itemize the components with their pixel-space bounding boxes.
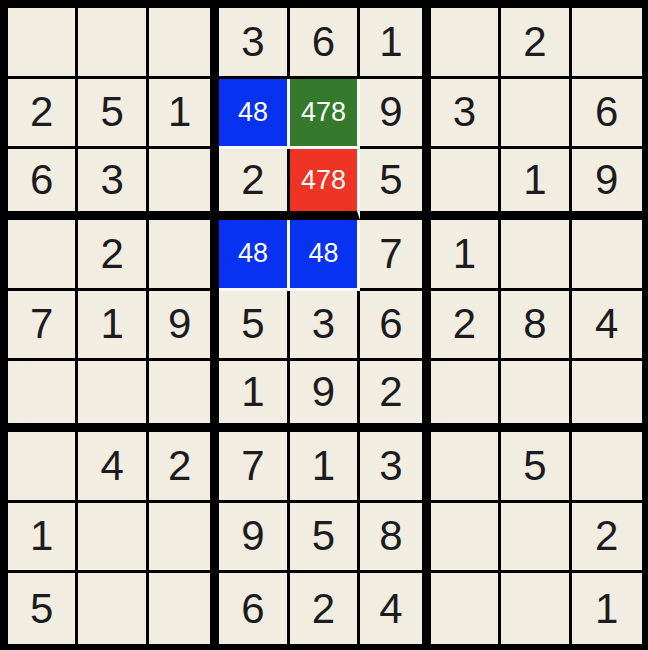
cell-r6c6[interactable]: 2 [360,361,430,432]
cell-r4c2[interactable]: 2 [78,220,148,291]
cell-r1c3[interactable] [149,8,219,79]
cell-r9c4[interactable]: 6 [219,573,289,644]
cell-r6c4[interactable]: 1 [219,361,289,432]
given-digit: 2 [312,585,335,633]
cell-r9c5[interactable]: 2 [290,573,360,644]
cell-r2c9[interactable]: 6 [572,79,642,150]
cell-r3c4[interactable]: 2 [219,149,289,220]
given-digit: 5 [100,88,123,136]
cell-r6c3[interactable] [149,361,219,432]
given-digit: 2 [523,18,546,66]
cell-r1c4[interactable]: 3 [219,8,289,79]
cell-r7c5[interactable]: 1 [290,432,360,503]
given-digit: 1 [379,18,402,66]
cell-r4c8[interactable] [501,220,571,291]
given-digit: 2 [595,512,618,560]
given-digit: 3 [100,156,123,204]
given-digit: 2 [453,300,476,348]
candidate-digits: 48 [238,238,268,269]
given-digit: 1 [595,585,618,633]
cell-r8c6[interactable]: 8 [360,503,430,574]
cell-r2c1[interactable]: 2 [8,79,78,150]
cell-r5c3[interactable]: 9 [149,291,219,362]
cell-r1c1[interactable] [8,8,78,79]
cell-r3c3[interactable] [149,149,219,220]
cell-r5c4[interactable]: 5 [219,291,289,362]
given-digit: 3 [453,88,476,136]
cell-r9c1[interactable]: 5 [8,573,78,644]
cell-r6c7[interactable] [431,361,501,432]
cell-r1c7[interactable] [431,8,501,79]
cell-r7c2[interactable]: 4 [78,432,148,503]
given-digit: 3 [379,442,402,490]
given-digit: 3 [312,300,335,348]
cell-r6c9[interactable] [572,361,642,432]
cell-r2c6[interactable]: 9 [360,79,430,150]
given-digit: 5 [312,512,335,560]
given-digit: 5 [523,442,546,490]
cell-r5c2[interactable]: 1 [78,291,148,362]
cell-r8c3[interactable] [149,503,219,574]
cell-r6c8[interactable] [501,361,571,432]
cell-r3c8[interactable]: 1 [501,149,571,220]
cell-r7c1[interactable] [8,432,78,503]
cell-r9c7[interactable] [431,573,501,644]
given-digit: 4 [379,585,402,633]
cell-r6c1[interactable] [8,361,78,432]
given-digit: 5 [379,156,402,204]
cell-r7c9[interactable] [572,432,642,503]
cell-r7c6[interactable]: 3 [360,432,430,503]
cell-r5c8[interactable]: 8 [501,291,571,362]
cell-r8c7[interactable] [431,503,501,574]
cell-r7c7[interactable] [431,432,501,503]
given-digit: 9 [241,512,264,560]
cell-r2c4[interactable]: 48 [219,79,289,150]
cell-r4c1[interactable] [8,220,78,291]
cell-r4c7[interactable]: 1 [431,220,501,291]
cell-r3c1[interactable]: 6 [8,149,78,220]
given-digit: 1 [523,156,546,204]
cell-r2c7[interactable]: 3 [431,79,501,150]
cell-r1c2[interactable] [78,8,148,79]
cell-r3c7[interactable] [431,149,501,220]
cell-r9c8[interactable] [501,573,571,644]
given-digit: 5 [241,300,264,348]
cell-r4c5[interactable]: 48 [290,220,360,291]
given-digit: 1 [100,300,123,348]
cell-r1c6[interactable]: 1 [360,8,430,79]
cell-r3c5[interactable]: 478 [290,149,360,220]
cell-r3c2[interactable]: 3 [78,149,148,220]
cell-r3c9[interactable]: 9 [572,149,642,220]
cell-r2c8[interactable] [501,79,571,150]
cell-r4c4[interactable]: 48 [219,220,289,291]
candidate-digits: 48 [238,97,268,128]
given-digit: 1 [30,512,53,560]
cell-r7c4[interactable]: 7 [219,432,289,503]
cell-r2c3[interactable]: 1 [149,79,219,150]
cell-r7c3[interactable]: 2 [149,432,219,503]
cell-r7c8[interactable]: 5 [501,432,571,503]
candidate-digits: 48 [308,238,338,269]
cell-r4c6[interactable]: 7 [360,220,430,291]
given-digit: 1 [241,368,264,416]
cell-r5c7[interactable]: 2 [431,291,501,362]
cell-r8c9[interactable]: 2 [572,503,642,574]
cell-r9c9[interactable]: 1 [572,573,642,644]
candidate-digits: 478 [301,165,346,196]
given-digit: 9 [168,300,191,348]
cell-r2c2[interactable]: 5 [78,79,148,150]
given-digit: 4 [595,300,618,348]
cell-r5c6[interactable]: 6 [360,291,430,362]
given-digit: 8 [379,512,402,560]
cell-r6c2[interactable] [78,361,148,432]
cell-r3c6[interactable]: 5 [360,149,430,220]
cell-r1c8[interactable]: 2 [501,8,571,79]
given-digit: 7 [30,300,53,348]
given-digit: 8 [523,300,546,348]
given-digit: 2 [30,88,53,136]
cell-r4c3[interactable] [149,220,219,291]
given-digit: 2 [241,156,264,204]
sudoku-board: 3612251484789366324785192484871719536284… [0,0,648,650]
given-digit: 2 [168,442,191,490]
cell-r5c1[interactable]: 7 [8,291,78,362]
cell-r4c9[interactable] [572,220,642,291]
given-digit: 6 [312,18,335,66]
given-digit: 9 [595,156,618,204]
cell-r8c4[interactable]: 9 [219,503,289,574]
given-digit: 2 [100,230,123,278]
candidate-digits: 478 [301,97,346,128]
given-digit: 7 [241,442,264,490]
cell-r9c2[interactable] [78,573,148,644]
cell-r6c5[interactable]: 9 [290,361,360,432]
cell-r1c9[interactable] [572,8,642,79]
given-digit: 4 [100,442,123,490]
given-digit: 6 [595,88,618,136]
cell-r5c5[interactable]: 3 [290,291,360,362]
given-digit: 5 [30,585,53,633]
given-digit: 1 [453,230,476,278]
cell-r2c5[interactable]: 478 [290,79,360,150]
given-digit: 9 [379,88,402,136]
cell-r8c1[interactable]: 1 [8,503,78,574]
cell-r8c8[interactable] [501,503,571,574]
given-digit: 6 [30,156,53,204]
given-digit: 2 [379,368,402,416]
cell-r9c6[interactable]: 4 [360,573,430,644]
given-digit: 7 [379,230,402,278]
given-digit: 9 [312,368,335,416]
cell-r1c5[interactable]: 6 [290,8,360,79]
cell-r8c2[interactable] [78,503,148,574]
cell-r8c5[interactable]: 5 [290,503,360,574]
cell-r9c3[interactable] [149,573,219,644]
given-digit: 6 [379,300,402,348]
given-digit: 6 [241,585,264,633]
given-digit: 1 [312,442,335,490]
cell-r5c9[interactable]: 4 [572,291,642,362]
given-digit: 1 [168,88,191,136]
given-digit: 3 [241,18,264,66]
